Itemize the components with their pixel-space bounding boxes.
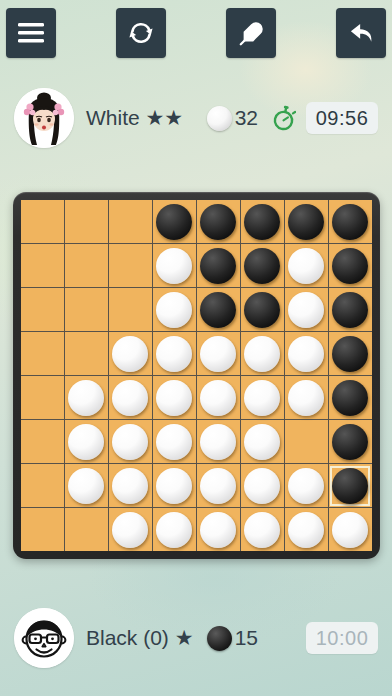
white-disc [112, 336, 148, 372]
menu-button[interactable] [6, 8, 56, 58]
board-cell-r7c6[interactable] [241, 464, 284, 507]
white-disc [244, 336, 280, 372]
toolbar [0, 0, 392, 58]
white-disc [112, 424, 148, 460]
white-disc [244, 424, 280, 460]
board-frame [13, 192, 380, 559]
refresh-icon [127, 19, 155, 47]
board-cell-r1c7[interactable] [285, 200, 328, 243]
white-disc [156, 512, 192, 548]
board-cell-r1c4[interactable] [153, 200, 196, 243]
board-cell-r7c1[interactable] [21, 464, 64, 507]
black-disc [244, 204, 280, 240]
stopwatch-icon [272, 105, 296, 132]
board-cell-r5c1[interactable] [21, 376, 64, 419]
board-cell-r4c3[interactable] [109, 332, 152, 375]
board-cell-r8c5[interactable] [197, 508, 240, 551]
board-cell-r2c3[interactable] [109, 244, 152, 287]
black-disc [332, 292, 368, 328]
board-cell-r4c4[interactable] [153, 332, 196, 375]
white-disc [288, 468, 324, 504]
white-disc [244, 512, 280, 548]
board-cell-r5c5[interactable] [197, 376, 240, 419]
black-disc [332, 468, 368, 504]
board-cell-r3c8[interactable] [329, 288, 372, 331]
white-disc [68, 468, 104, 504]
board-cell-r2c7[interactable] [285, 244, 328, 287]
board-cell-r4c6[interactable] [241, 332, 284, 375]
board-cell-r5c6[interactable] [241, 376, 284, 419]
black-disc [200, 248, 236, 284]
board-cell-r7c2[interactable] [65, 464, 108, 507]
board-cell-r5c2[interactable] [65, 376, 108, 419]
white-disc [332, 512, 368, 548]
black-counter-group: 15 10:00 [207, 622, 378, 654]
board-cell-r8c2[interactable] [65, 508, 108, 551]
board-cell-r1c8[interactable] [329, 200, 372, 243]
board-cell-r1c6[interactable] [241, 200, 284, 243]
white-player-row: White ★★ 32 09:56 [14, 88, 378, 148]
white-disc [156, 424, 192, 460]
white-disc [156, 248, 192, 284]
white-disc-count: 32 [235, 106, 258, 130]
black-disc [288, 204, 324, 240]
black-disc [200, 204, 236, 240]
refresh-button[interactable] [116, 8, 166, 58]
white-disc [244, 468, 280, 504]
black-disc [156, 204, 192, 240]
white-disc [156, 468, 192, 504]
white-disc [112, 468, 148, 504]
board-cell-r2c6[interactable] [241, 244, 284, 287]
white-timer: 09:56 [306, 102, 378, 134]
board-cell-r8c8[interactable] [329, 508, 372, 551]
black-disc [200, 292, 236, 328]
white-disc [156, 336, 192, 372]
board-cell-r7c7[interactable] [285, 464, 328, 507]
board-cell-r6c2[interactable] [65, 420, 108, 463]
board-cell-r4c5[interactable] [197, 332, 240, 375]
board-cell-r1c5[interactable] [197, 200, 240, 243]
board-cell-r8c6[interactable] [241, 508, 284, 551]
board-cell-r7c8[interactable] [329, 464, 372, 507]
board-cell-r4c8[interactable] [329, 332, 372, 375]
black-disc-icon [207, 626, 232, 651]
black-disc [244, 292, 280, 328]
board-cell-r6c1[interactable] [21, 420, 64, 463]
board-cell-r6c6[interactable] [241, 420, 284, 463]
white-player-avatar [14, 88, 74, 148]
white-disc [200, 512, 236, 548]
white-disc [200, 336, 236, 372]
black-player-avatar [14, 608, 74, 668]
board-cell-r8c3[interactable] [109, 508, 152, 551]
board-cell-r2c5[interactable] [197, 244, 240, 287]
board-cell-r2c8[interactable] [329, 244, 372, 287]
black-player-row: Black (0) ★ 15 10:00 [14, 608, 378, 668]
black-disc [332, 424, 368, 460]
white-disc [288, 336, 324, 372]
white-disc [200, 424, 236, 460]
white-disc [68, 380, 104, 416]
board-cell-r3c1[interactable] [21, 288, 64, 331]
board-cell-r5c3[interactable] [109, 376, 152, 419]
board-cell-r1c3[interactable] [109, 200, 152, 243]
board-cell-r6c4[interactable] [153, 420, 196, 463]
board-cell-r2c4[interactable] [153, 244, 196, 287]
white-disc [288, 380, 324, 416]
board-cell-r2c1[interactable] [21, 244, 64, 287]
board-cell-r4c7[interactable] [285, 332, 328, 375]
board-cell-r5c7[interactable] [285, 376, 328, 419]
board-cell-r3c2[interactable] [65, 288, 108, 331]
board-cell-r6c3[interactable] [109, 420, 152, 463]
board-cell-r1c1[interactable] [21, 200, 64, 243]
board-cell-r7c3[interactable] [109, 464, 152, 507]
board-cell-r3c3[interactable] [109, 288, 152, 331]
white-disc [288, 512, 324, 548]
white-player-name: White ★★ [86, 106, 183, 130]
board-cell-r1c2[interactable] [65, 200, 108, 243]
white-disc [112, 380, 148, 416]
white-disc-icon [207, 106, 232, 131]
black-disc [244, 248, 280, 284]
black-disc [332, 248, 368, 284]
geisha-avatar-icon [14, 88, 74, 148]
white-disc [112, 512, 148, 548]
white-disc [244, 380, 280, 416]
board-cell-r2c2[interactable] [65, 244, 108, 287]
white-disc [288, 248, 324, 284]
board-cell-r3c7[interactable] [285, 288, 328, 331]
black-player-name: Black (0) ★ [86, 626, 194, 650]
board-cell-r3c6[interactable] [241, 288, 284, 331]
board-cell-r3c5[interactable] [197, 288, 240, 331]
board-cell-r8c1[interactable] [21, 508, 64, 551]
board-cell-r6c8[interactable] [329, 420, 372, 463]
hamburger-menu-icon [17, 22, 45, 44]
white-disc [68, 424, 104, 460]
board-cell-r6c7[interactable] [285, 420, 328, 463]
board-grid [21, 200, 372, 551]
white-disc [288, 292, 324, 328]
feather-pen-icon [238, 20, 265, 47]
board-cell-r4c2[interactable] [65, 332, 108, 375]
white-disc [156, 292, 192, 328]
black-timer: 10:00 [306, 622, 378, 654]
board-cell-r7c5[interactable] [197, 464, 240, 507]
board-cell-r5c8[interactable] [329, 376, 372, 419]
board-cell-r5c4[interactable] [153, 376, 196, 419]
board-cell-r8c7[interactable] [285, 508, 328, 551]
white-disc [200, 380, 236, 416]
board-cell-r4c1[interactable] [21, 332, 64, 375]
board-cell-r7c4[interactable] [153, 464, 196, 507]
black-disc [332, 336, 368, 372]
white-counter-group: 32 09:56 [207, 102, 378, 134]
board-cell-r8c4[interactable] [153, 508, 196, 551]
black-disc-count: 15 [235, 626, 258, 650]
undo-arrow-icon [348, 20, 375, 47]
black-disc [332, 204, 368, 240]
undo-button[interactable] [336, 8, 386, 58]
white-disc [200, 468, 236, 504]
feather-pen-button[interactable] [226, 8, 276, 58]
white-disc [156, 380, 192, 416]
black-disc [332, 380, 368, 416]
board-cell-r3c4[interactable] [153, 288, 196, 331]
nerd-face-avatar-icon [14, 608, 74, 668]
board-cell-r6c5[interactable] [197, 420, 240, 463]
